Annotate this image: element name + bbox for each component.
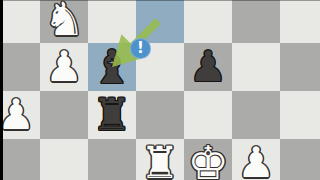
square-d2[interactable]	[88, 139, 136, 180]
square-d5[interactable]	[88, 0, 136, 43]
chess-board: ♞♟♝♟♟♜♜♚♟	[0, 0, 320, 180]
square-g3[interactable]	[232, 91, 280, 139]
square-b4[interactable]	[0, 43, 40, 91]
black-bishop-d4[interactable]: ♝	[88, 43, 136, 91]
square-h4[interactable]	[280, 43, 320, 91]
square-b3[interactable]: ♟	[0, 91, 40, 139]
square-g4[interactable]	[232, 43, 280, 91]
chess-app-screen: ♞♟♝♟♟♜♜♚♟ !	[0, 0, 320, 180]
square-f3[interactable]	[184, 91, 232, 139]
white-pawn-b3[interactable]: ♟	[0, 91, 40, 139]
square-g2[interactable]: ♟	[232, 139, 280, 180]
white-knight-c5[interactable]: ♞	[40, 0, 88, 43]
square-g5[interactable]	[232, 0, 280, 43]
square-d3[interactable]: ♜	[88, 91, 136, 139]
square-b5[interactable]	[0, 0, 40, 43]
square-f4[interactable]: ♟	[184, 43, 232, 91]
white-pawn-c4[interactable]: ♟	[40, 43, 88, 91]
great-move-symbol: !	[137, 41, 144, 56]
square-f5[interactable]	[184, 0, 232, 43]
window-left-border	[0, 0, 3, 180]
square-c3[interactable]	[40, 91, 88, 139]
square-h2[interactable]	[280, 139, 320, 180]
square-e3[interactable]	[136, 91, 184, 139]
white-king-f2[interactable]: ♚	[184, 139, 232, 180]
square-h3[interactable]	[280, 91, 320, 139]
square-c4[interactable]: ♟	[40, 43, 88, 91]
square-d4[interactable]: ♝	[88, 43, 136, 91]
white-pawn-g2[interactable]: ♟	[232, 139, 280, 180]
square-e2[interactable]: ♜	[136, 139, 184, 180]
great-move-badge: !	[130, 38, 151, 59]
window-top-edge	[0, 0, 320, 1]
square-c5[interactable]: ♞	[40, 0, 88, 43]
white-rook-e2[interactable]: ♜	[136, 139, 184, 180]
black-pawn-f4[interactable]: ♟	[184, 43, 232, 91]
black-rook-d3[interactable]: ♜	[88, 91, 136, 139]
square-c2[interactable]	[40, 139, 88, 180]
square-h5[interactable]	[280, 0, 320, 43]
square-e5[interactable]	[136, 0, 184, 43]
square-f2[interactable]: ♚	[184, 139, 232, 180]
square-b2[interactable]	[0, 139, 40, 180]
